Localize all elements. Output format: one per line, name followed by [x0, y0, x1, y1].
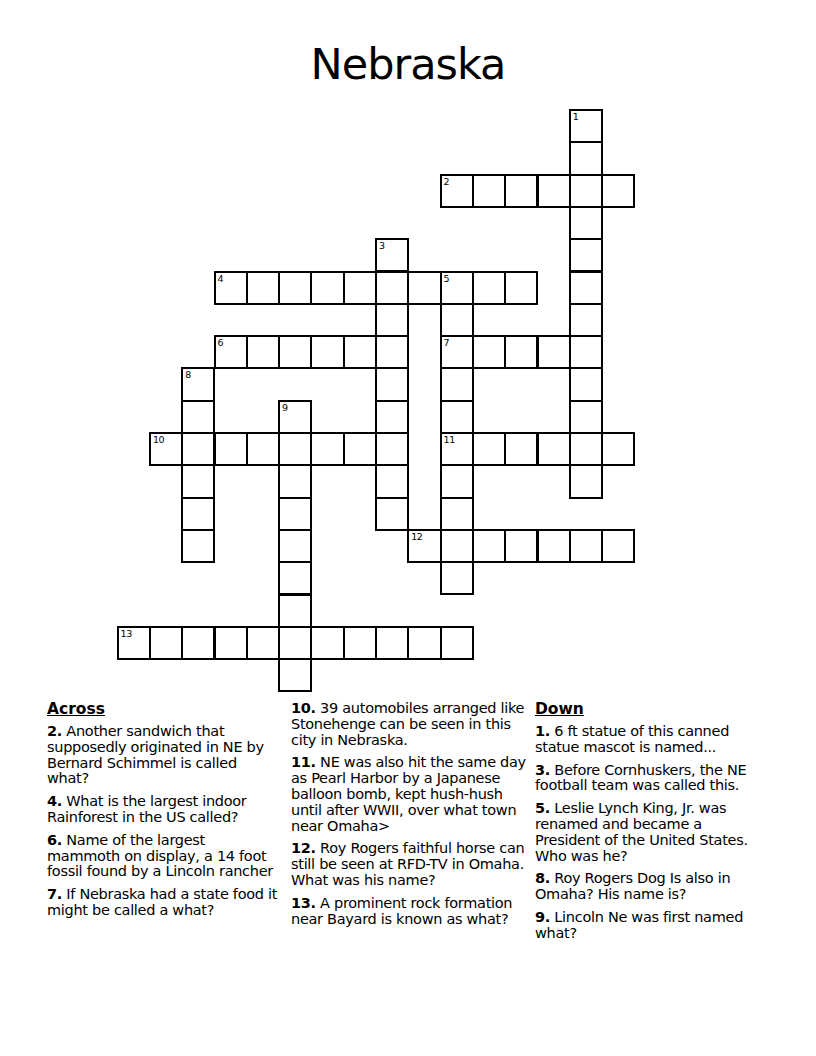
- clue-number: 7.: [47, 886, 62, 902]
- grid-cell-r2-c12[interactable]: [504, 174, 538, 208]
- down-header: Down: [535, 701, 770, 718]
- cell-number-6: 6: [218, 337, 224, 348]
- grid-cell-r12-c8[interactable]: [375, 497, 409, 531]
- grid-cell-r10-c1[interactable]: 10: [149, 432, 183, 466]
- grid-cell-r13-c2[interactable]: [181, 529, 215, 563]
- grid-cell-r6-c10[interactable]: [440, 303, 474, 337]
- grid-cell-r10-c13[interactable]: [537, 432, 571, 466]
- grid-cell-r2-c13[interactable]: [537, 174, 571, 208]
- grid-cell-r2-c11[interactable]: [472, 174, 506, 208]
- grid-cell-r7-c11[interactable]: [472, 335, 506, 369]
- clue-down-9: 9. Lincoln Ne was first named what?: [535, 910, 770, 942]
- grid-cell-r7-c8[interactable]: [375, 335, 409, 369]
- grid-cell-r16-c6[interactable]: [310, 626, 344, 660]
- clue-number: 9.: [535, 909, 550, 925]
- grid-cell-r7-c7[interactable]: [343, 335, 377, 369]
- grid-cell-r10-c10[interactable]: 11: [440, 432, 474, 466]
- grid-cell-r0-c14[interactable]: 1: [569, 109, 603, 143]
- grid-cell-r9-c2[interactable]: [181, 400, 215, 434]
- clues-column-across: Across 2. Another sandwich that supposed…: [47, 701, 282, 926]
- grid-cell-r5-c5[interactable]: [278, 271, 312, 305]
- grid-cell-r7-c14[interactable]: [569, 335, 603, 369]
- grid-cell-r5-c6[interactable]: [310, 271, 344, 305]
- grid-cell-r7-c13[interactable]: [537, 335, 571, 369]
- clue-number: 4.: [47, 793, 62, 809]
- grid-cell-r10-c2[interactable]: [181, 432, 215, 466]
- grid-cell-r16-c8[interactable]: [375, 626, 409, 660]
- clue-down-1: 1. 6 ft statue of this canned statue mas…: [535, 724, 770, 756]
- grid-cell-r7-c4[interactable]: [246, 335, 280, 369]
- grid-cell-r2-c10[interactable]: 2: [440, 174, 474, 208]
- grid-cell-r16-c2[interactable]: [181, 626, 215, 660]
- grid-cell-r9-c5[interactable]: 9: [278, 400, 312, 434]
- grid-cell-r5-c3[interactable]: 4: [214, 271, 248, 305]
- grid-cell-r12-c5[interactable]: [278, 497, 312, 531]
- cell-number-4: 4: [218, 273, 224, 284]
- worksheet-page: Nebraska 12345678910111213 Across 2. Ano…: [0, 0, 816, 1056]
- clue-number: 2.: [47, 723, 62, 739]
- grid-cell-r5-c4[interactable]: [246, 271, 280, 305]
- grid-cell-r8-c14[interactable]: [569, 367, 603, 401]
- grid-cell-r13-c11[interactable]: [472, 529, 506, 563]
- clue-number: 5.: [535, 800, 550, 816]
- grid-cell-r12-c10[interactable]: [440, 497, 474, 531]
- across-clue-list-1: 2. Another sandwich that supposedly orig…: [47, 724, 282, 919]
- across-clue-list-2: 10. 39 automobiles arranged like Stonehe…: [291, 701, 526, 927]
- clue-down-3: 3. Before Cornhuskers, the NE football t…: [535, 763, 770, 795]
- grid-cell-r7-c6[interactable]: [310, 335, 344, 369]
- grid-cell-r7-c12[interactable]: [504, 335, 538, 369]
- grid-cell-r13-c13[interactable]: [537, 529, 571, 563]
- grid-cell-r11-c8[interactable]: [375, 464, 409, 498]
- grid-cell-r7-c3[interactable]: 6: [214, 335, 248, 369]
- grid-cell-r16-c1[interactable]: [149, 626, 183, 660]
- grid-cell-r14-c10[interactable]: [440, 561, 474, 595]
- grid-cell-r16-c10[interactable]: [440, 626, 474, 660]
- cell-number-2: 2: [444, 176, 450, 187]
- grid-cell-r11-c2[interactable]: [181, 464, 215, 498]
- clues-column-middle: 10. 39 automobiles arranged like Stonehe…: [291, 701, 526, 934]
- grid-cell-r9-c10[interactable]: [440, 400, 474, 434]
- grid-cell-r16-c7[interactable]: [343, 626, 377, 660]
- grid-cell-r5-c10[interactable]: 5: [440, 271, 474, 305]
- clue-across-12: 12. Roy Rogers faithful horse can still …: [291, 841, 526, 888]
- grid-cell-r5-c8[interactable]: [375, 271, 409, 305]
- grid-cell-r10-c6[interactable]: [310, 432, 344, 466]
- grid-cell-r10-c15[interactable]: [601, 432, 635, 466]
- grid-cell-r14-c5[interactable]: [278, 561, 312, 595]
- clue-across-11: 11. NE was also hit the same day as Pear…: [291, 755, 526, 834]
- cell-number-1: 1: [573, 111, 579, 122]
- grid-cell-r9-c14[interactable]: [569, 400, 603, 434]
- grid-cell-r8-c8[interactable]: [375, 367, 409, 401]
- grid-cell-r10-c4[interactable]: [246, 432, 280, 466]
- clue-across-7: 7. If Nebraska had a state food it might…: [47, 887, 282, 919]
- down-clue-list: 1. 6 ft statue of this canned statue mas…: [535, 724, 770, 942]
- cell-number-12: 12: [411, 531, 422, 542]
- grid-cell-r5-c11[interactable]: [472, 271, 506, 305]
- grid-cell-r10-c12[interactable]: [504, 432, 538, 466]
- grid-cell-r5-c12[interactable]: [504, 271, 538, 305]
- clue-number: 12.: [291, 840, 316, 856]
- clues-section: Across 2. Another sandwich that supposed…: [47, 701, 771, 949]
- grid-cell-r4-c14[interactable]: [569, 238, 603, 272]
- clue-across-10: 10. 39 automobiles arranged like Stonehe…: [291, 701, 526, 748]
- cell-number-3: 3: [379, 240, 385, 251]
- cell-number-10: 10: [153, 434, 164, 445]
- clue-down-8: 8. Roy Rogers Dog Is also in Omaha? His …: [535, 871, 770, 903]
- grid-cell-r13-c15[interactable]: [601, 529, 635, 563]
- grid-cell-r8-c10[interactable]: [440, 367, 474, 401]
- grid-cell-r11-c14[interactable]: [569, 464, 603, 498]
- grid-cell-r13-c10[interactable]: [440, 529, 474, 563]
- clue-down-5: 5. Leslie Lynch King, Jr. was renamed an…: [535, 801, 770, 864]
- grid-cell-r10-c7[interactable]: [343, 432, 377, 466]
- grid-cell-r10-c3[interactable]: [214, 432, 248, 466]
- grid-cell-r4-c8[interactable]: 3: [375, 238, 409, 272]
- grid-cell-r13-c9[interactable]: 12: [407, 529, 441, 563]
- clues-column-down: Down 1. 6 ft statue of this canned statu…: [535, 701, 770, 949]
- clue-across-6: 6. Name of the largest mammoth on displa…: [47, 833, 282, 880]
- cell-number-8: 8: [185, 369, 191, 380]
- grid-cell-r10-c14[interactable]: [569, 432, 603, 466]
- grid-cell-r5-c9[interactable]: [407, 271, 441, 305]
- clue-across-4: 4. What is the largest indoor Rainforest…: [47, 794, 282, 826]
- clue-across-2: 2. Another sandwich that supposedly orig…: [47, 724, 282, 787]
- grid-cell-r17-c5[interactable]: [278, 658, 312, 692]
- grid-cell-r8-c2[interactable]: 8: [181, 367, 215, 401]
- grid-cell-r10-c11[interactable]: [472, 432, 506, 466]
- grid-cell-r10-c8[interactable]: [375, 432, 409, 466]
- grid-cell-r16-c4[interactable]: [246, 626, 280, 660]
- grid-cell-r2-c15[interactable]: [601, 174, 635, 208]
- clue-number: 8.: [535, 870, 550, 886]
- across-header: Across: [47, 701, 282, 718]
- grid-cell-r15-c5[interactable]: [278, 594, 312, 628]
- grid-cell-r11-c5[interactable]: [278, 464, 312, 498]
- grid-cell-r16-c0[interactable]: 13: [117, 626, 151, 660]
- grid-cell-r1-c14[interactable]: [569, 141, 603, 175]
- clue-number: 1.: [535, 723, 550, 739]
- grid-cell-r11-c10[interactable]: [440, 464, 474, 498]
- cell-number-11: 11: [444, 434, 455, 445]
- cell-number-7: 7: [444, 337, 450, 348]
- clue-number: 6.: [47, 832, 62, 848]
- clue-number: 11.: [291, 754, 316, 770]
- clue-number: 13.: [291, 895, 316, 911]
- grid-cell-r7-c5[interactable]: [278, 335, 312, 369]
- cell-number-9: 9: [282, 402, 288, 413]
- grid-cell-r5-c14[interactable]: [569, 271, 603, 305]
- clue-across-13: 13. A prominent rock formation near Baya…: [291, 896, 526, 928]
- cell-number-5: 5: [444, 273, 450, 284]
- grid-cell-r6-c8[interactable]: [375, 303, 409, 337]
- clue-number: 3.: [535, 762, 550, 778]
- grid-cell-r2-c14[interactable]: [569, 174, 603, 208]
- grid-cell-r7-c10[interactable]: 7: [440, 335, 474, 369]
- grid-cell-r16-c5[interactable]: [278, 626, 312, 660]
- grid-cell-r5-c7[interactable]: [343, 271, 377, 305]
- grid-cell-r3-c14[interactable]: [569, 206, 603, 240]
- grid-cell-r10-c5[interactable]: [278, 432, 312, 466]
- grid-cell-r12-c2[interactable]: [181, 497, 215, 531]
- grid-cell-r13-c5[interactable]: [278, 529, 312, 563]
- grid-cell-r13-c12[interactable]: [504, 529, 538, 563]
- grid-cell-r16-c3[interactable]: [214, 626, 248, 660]
- cell-number-13: 13: [121, 628, 132, 639]
- grid-cell-r16-c9[interactable]: [407, 626, 441, 660]
- clue-number: 10.: [291, 700, 316, 716]
- grid-cell-r9-c8[interactable]: [375, 400, 409, 434]
- grid-cell-r13-c14[interactable]: [569, 529, 603, 563]
- grid-cell-r6-c14[interactable]: [569, 303, 603, 337]
